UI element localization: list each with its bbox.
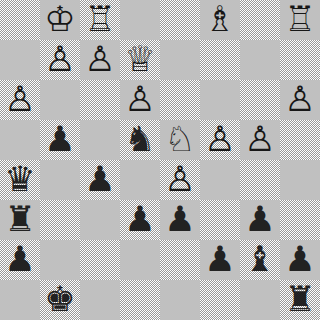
square-g3[interactable]: [40, 80, 80, 120]
square-h7[interactable]: ♟: [0, 240, 40, 280]
square-b1[interactable]: [240, 0, 280, 40]
white-pawn-piece: ♙: [244, 120, 275, 159]
square-d7[interactable]: [160, 240, 200, 280]
black-king-piece: ♚: [44, 280, 75, 319]
square-g2[interactable]: ♙: [40, 40, 80, 80]
square-h5[interactable]: ♛: [0, 160, 40, 200]
white-rook-piece: ♖: [84, 0, 115, 39]
black-rook-piece: ♜: [4, 200, 35, 239]
square-e2[interactable]: ♕: [120, 40, 160, 80]
square-a4[interactable]: [280, 120, 320, 160]
white-bishop-piece: ♗: [204, 0, 235, 39]
square-b4[interactable]: ♙: [240, 120, 280, 160]
black-pawn-piece: ♟: [164, 200, 195, 239]
square-c7[interactable]: ♟: [200, 240, 240, 280]
square-c5[interactable]: [200, 160, 240, 200]
square-d4[interactable]: ♘: [160, 120, 200, 160]
white-pawn-piece: ♙: [204, 120, 235, 159]
white-pawn-piece: ♙: [124, 80, 155, 119]
chess-board: ♔♖♗♖♙♙♕♙♙♙♟♞♘♙♙♛♟♙♜♟♟♟♟♟♝♟♚♜: [0, 0, 320, 320]
white-pawn-piece: ♙: [84, 40, 115, 79]
square-e6[interactable]: ♟: [120, 200, 160, 240]
square-e4[interactable]: ♞: [120, 120, 160, 160]
square-a3[interactable]: ♙: [280, 80, 320, 120]
square-h1[interactable]: [0, 0, 40, 40]
square-a5[interactable]: [280, 160, 320, 200]
black-pawn-piece: ♟: [44, 120, 75, 159]
square-e3[interactable]: ♙: [120, 80, 160, 120]
square-b5[interactable]: [240, 160, 280, 200]
square-e1[interactable]: [120, 0, 160, 40]
square-f6[interactable]: [80, 200, 120, 240]
square-f1[interactable]: ♖: [80, 0, 120, 40]
white-knight-piece: ♘: [164, 120, 195, 159]
square-d5[interactable]: ♙: [160, 160, 200, 200]
square-e7[interactable]: [120, 240, 160, 280]
black-pawn-piece: ♟: [204, 240, 235, 279]
square-h3[interactable]: ♙: [0, 80, 40, 120]
square-g7[interactable]: [40, 240, 80, 280]
square-d1[interactable]: [160, 0, 200, 40]
square-f8[interactable]: [80, 280, 120, 320]
square-a2[interactable]: [280, 40, 320, 80]
square-b6[interactable]: ♟: [240, 200, 280, 240]
square-d6[interactable]: ♟: [160, 200, 200, 240]
black-pawn-piece: ♟: [4, 240, 35, 279]
square-b3[interactable]: [240, 80, 280, 120]
square-h4[interactable]: [0, 120, 40, 160]
square-g1[interactable]: ♔: [40, 0, 80, 40]
white-rook-piece: ♖: [284, 0, 315, 39]
square-a8[interactable]: ♜: [280, 280, 320, 320]
square-e8[interactable]: [120, 280, 160, 320]
square-c1[interactable]: ♗: [200, 0, 240, 40]
square-g4[interactable]: ♟: [40, 120, 80, 160]
square-g6[interactable]: [40, 200, 80, 240]
square-b8[interactable]: [240, 280, 280, 320]
white-queen-piece: ♕: [124, 40, 155, 79]
white-pawn-piece: ♙: [284, 80, 315, 119]
square-d8[interactable]: [160, 280, 200, 320]
square-g8[interactable]: ♚: [40, 280, 80, 320]
black-rook-piece: ♜: [284, 280, 315, 319]
square-h8[interactable]: [0, 280, 40, 320]
black-pawn-piece: ♟: [84, 160, 115, 199]
square-d3[interactable]: [160, 80, 200, 120]
square-a1[interactable]: ♖: [280, 0, 320, 40]
square-c8[interactable]: [200, 280, 240, 320]
square-b2[interactable]: [240, 40, 280, 80]
white-pawn-piece: ♙: [164, 160, 195, 199]
square-a7[interactable]: ♟: [280, 240, 320, 280]
square-b7[interactable]: ♝: [240, 240, 280, 280]
white-pawn-piece: ♙: [4, 80, 35, 119]
square-d2[interactable]: [160, 40, 200, 80]
black-pawn-piece: ♟: [284, 240, 315, 279]
square-f2[interactable]: ♙: [80, 40, 120, 80]
square-g5[interactable]: [40, 160, 80, 200]
square-f3[interactable]: [80, 80, 120, 120]
square-f4[interactable]: [80, 120, 120, 160]
square-a6[interactable]: [280, 200, 320, 240]
square-f5[interactable]: ♟: [80, 160, 120, 200]
square-e5[interactable]: [120, 160, 160, 200]
square-f7[interactable]: [80, 240, 120, 280]
black-knight-piece: ♞: [124, 120, 155, 159]
black-pawn-piece: ♟: [124, 200, 155, 239]
square-c6[interactable]: [200, 200, 240, 240]
square-c3[interactable]: [200, 80, 240, 120]
square-c4[interactable]: ♙: [200, 120, 240, 160]
square-c2[interactable]: [200, 40, 240, 80]
square-h6[interactable]: ♜: [0, 200, 40, 240]
black-bishop-piece: ♝: [244, 240, 275, 279]
square-h2[interactable]: [0, 40, 40, 80]
white-pawn-piece: ♙: [44, 40, 75, 79]
black-queen-piece: ♛: [4, 160, 35, 199]
white-king-piece: ♔: [44, 0, 75, 39]
black-pawn-piece: ♟: [244, 200, 275, 239]
